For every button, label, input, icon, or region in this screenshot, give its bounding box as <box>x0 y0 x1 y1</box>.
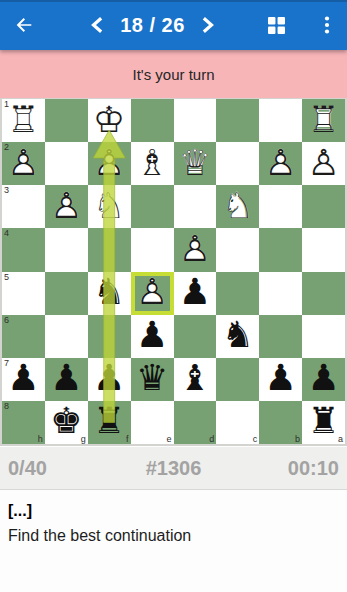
square-a2[interactable]: ♟♙ <box>302 142 345 185</box>
prev-puzzle-button[interactable] <box>87 14 109 36</box>
file-label: g <box>81 434 86 444</box>
black-knight: ♞ <box>216 315 259 358</box>
square-g5[interactable] <box>45 272 88 315</box>
white-pawn: ♟♙ <box>131 272 174 315</box>
square-e6[interactable]: ♟ <box>131 315 174 358</box>
square-h7[interactable]: 7♟ <box>2 358 45 401</box>
square-g2[interactable] <box>45 142 88 185</box>
prompt-area: [...] Find the best continuation <box>0 491 347 592</box>
square-g4[interactable] <box>45 228 88 271</box>
square-a6[interactable] <box>302 315 345 358</box>
square-f2[interactable]: ♟♙ <box>88 142 131 185</box>
square-h8[interactable]: 8h <box>2 401 45 444</box>
square-h2[interactable]: 2♟♙ <box>2 142 45 185</box>
square-d8[interactable]: d <box>174 401 217 444</box>
square-h1[interactable]: 1♜♖ <box>2 99 45 142</box>
square-f6[interactable] <box>88 315 131 358</box>
white-pawn: ♟♙ <box>174 228 217 271</box>
square-c1[interactable] <box>216 99 259 142</box>
arrow-left-icon <box>13 14 35 36</box>
rank-label: 8 <box>4 401 9 412</box>
square-a4[interactable] <box>302 228 345 271</box>
square-g1[interactable] <box>45 99 88 142</box>
rank-label: 5 <box>4 272 9 283</box>
chevron-right-icon <box>198 16 216 34</box>
white-knight: ♞♘ <box>88 185 131 228</box>
chevron-left-icon <box>89 16 107 34</box>
square-f4[interactable] <box>88 228 131 271</box>
white-knight: ♞♘ <box>216 185 259 228</box>
square-c7[interactable] <box>216 358 259 401</box>
square-a1[interactable]: ♜♖ <box>302 99 345 142</box>
white-rook: ♜♖ <box>302 99 345 142</box>
square-e7[interactable]: ♛ <box>131 358 174 401</box>
chess-board-frame: 1♜♖♚♔♜♖2♟♙♟♙♝♗♛♕♟♙♟♙3♟♙♞♘♞♘4♟♙5♞♟♙♟6♟♞7♟… <box>0 97 347 446</box>
app-bar: 18 / 26 <box>0 0 347 50</box>
square-g8[interactable]: g♚ <box>45 401 88 444</box>
square-g6[interactable] <box>45 315 88 358</box>
square-f7[interactable]: ♟ <box>88 358 131 401</box>
status-strip: 0/40 #1306 00:10 <box>0 447 347 490</box>
square-b6[interactable] <box>259 315 302 358</box>
square-c3[interactable]: ♞♘ <box>216 185 259 228</box>
square-d4[interactable]: ♟♙ <box>174 228 217 271</box>
square-b1[interactable] <box>259 99 302 142</box>
square-e3[interactable] <box>131 185 174 228</box>
square-d3[interactable] <box>174 185 217 228</box>
black-pawn: ♟ <box>259 358 302 401</box>
square-c6[interactable]: ♞ <box>216 315 259 358</box>
square-d1[interactable] <box>174 99 217 142</box>
instruction-text: Find the best continuation <box>8 526 339 545</box>
black-queen: ♛ <box>131 358 174 401</box>
file-label: c <box>253 434 258 444</box>
square-f8[interactable]: f♜ <box>88 401 131 444</box>
square-f3[interactable]: ♞♘ <box>88 185 131 228</box>
black-pawn: ♟ <box>131 315 174 358</box>
file-label: b <box>295 434 300 444</box>
square-g7[interactable]: ♟ <box>45 358 88 401</box>
square-d6[interactable] <box>174 315 217 358</box>
black-pawn: ♟ <box>88 358 131 401</box>
file-label: f <box>126 434 129 444</box>
rank-label: 1 <box>4 99 9 110</box>
rank-label: 2 <box>4 142 9 153</box>
square-d5[interactable]: ♟ <box>174 272 217 315</box>
timer: 00:10 <box>288 457 339 480</box>
rank-label: 4 <box>4 228 9 239</box>
square-d2[interactable]: ♛♕ <box>174 142 217 185</box>
file-label: e <box>166 434 171 444</box>
file-label: d <box>209 434 214 444</box>
black-rook: ♜ <box>88 401 131 444</box>
puzzle-list-button[interactable] <box>262 11 290 39</box>
rank-label: 3 <box>4 185 9 196</box>
file-label: a <box>338 434 343 444</box>
white-pawn: ♟♙ <box>302 142 345 185</box>
black-pawn: ♟ <box>174 272 217 315</box>
square-e2[interactable]: ♝♗ <box>131 142 174 185</box>
rank-label: 7 <box>4 358 9 369</box>
square-a3[interactable] <box>302 185 345 228</box>
square-h3[interactable]: 3 <box>2 185 45 228</box>
solved-counter: 0/40 <box>8 457 47 480</box>
white-pawn: ♟♙ <box>45 185 88 228</box>
square-g3[interactable]: ♟♙ <box>45 185 88 228</box>
next-puzzle-button[interactable] <box>196 14 218 36</box>
move-list: [...] <box>8 501 339 520</box>
square-c5[interactable] <box>216 272 259 315</box>
white-king: ♚♔ <box>88 99 131 142</box>
black-bishop: ♝ <box>174 358 217 401</box>
square-b5[interactable] <box>259 272 302 315</box>
square-b2[interactable]: ♟♙ <box>259 142 302 185</box>
square-c2[interactable] <box>216 142 259 185</box>
back-button[interactable] <box>10 11 38 39</box>
white-pawn: ♟♙ <box>88 142 131 185</box>
grid-icon <box>268 17 285 34</box>
white-bishop: ♝♗ <box>131 142 174 185</box>
square-a8[interactable]: a♜ <box>302 401 345 444</box>
square-f5[interactable]: ♞ <box>88 272 131 315</box>
square-b3[interactable] <box>259 185 302 228</box>
square-e8[interactable]: e <box>131 401 174 444</box>
app-screen: 18 / 26 It's your turn <box>0 0 347 592</box>
file-label: h <box>38 434 43 444</box>
black-pawn: ♟ <box>45 358 88 401</box>
square-e5[interactable]: ♟♙ <box>131 272 174 315</box>
square-h6[interactable]: 6 <box>2 315 45 358</box>
turn-banner-text: It's your turn <box>132 66 214 83</box>
puzzle-navigation: 18 / 26 <box>87 0 218 50</box>
square-b8[interactable]: b <box>259 401 302 444</box>
white-queen: ♛♕ <box>174 142 217 185</box>
chess-board: 1♜♖♚♔♜♖2♟♙♟♙♝♗♛♕♟♙♟♙3♟♙♞♘♞♘4♟♙5♞♟♙♟6♟♞7♟… <box>2 99 345 444</box>
white-pawn: ♟♙ <box>259 142 302 185</box>
square-d7[interactable]: ♝ <box>174 358 217 401</box>
more-vert-icon <box>317 15 337 35</box>
rank-label: 6 <box>4 315 9 326</box>
black-knight: ♞ <box>88 272 131 315</box>
black-pawn: ♟ <box>302 358 345 401</box>
square-h4[interactable]: 4 <box>2 228 45 271</box>
square-c8[interactable]: c <box>216 401 259 444</box>
square-a5[interactable] <box>302 272 345 315</box>
turn-banner: It's your turn <box>0 50 347 98</box>
square-e4[interactable] <box>131 228 174 271</box>
square-h5[interactable]: 5 <box>2 272 45 315</box>
overflow-menu-button[interactable] <box>313 11 341 39</box>
square-a7[interactable]: ♟ <box>302 358 345 401</box>
puzzle-number: #1306 <box>146 457 202 480</box>
puzzle-counter: 18 / 26 <box>120 14 185 37</box>
square-b4[interactable] <box>259 228 302 271</box>
square-b7[interactable]: ♟ <box>259 358 302 401</box>
square-c4[interactable] <box>216 228 259 271</box>
square-f1[interactable]: ♚♔ <box>88 99 131 142</box>
square-e1[interactable] <box>131 99 174 142</box>
